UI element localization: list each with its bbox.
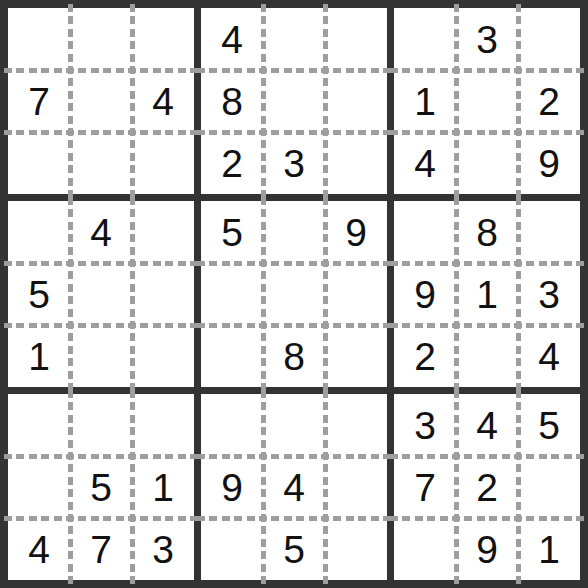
cell-r6c4[interactable]: [201, 325, 263, 387]
cell-r9c2[interactable]: 7: [70, 518, 132, 580]
cell-r4c7[interactable]: [394, 201, 456, 263]
cell-r8c4[interactable]: 9: [201, 456, 263, 518]
cell-r7c8[interactable]: 4: [456, 394, 518, 456]
cell-r9c5[interactable]: 5: [263, 518, 325, 580]
cell-r6c7[interactable]: 2: [394, 325, 456, 387]
cell-r3c5[interactable]: 3: [263, 132, 325, 194]
cell-r2c8[interactable]: [456, 70, 518, 132]
cell-r8c1[interactable]: [8, 456, 70, 518]
cell-r4c3[interactable]: [132, 201, 194, 263]
cell-r7c9[interactable]: 5: [518, 394, 580, 456]
cell-r1c7[interactable]: [394, 8, 456, 70]
cell-r5c4[interactable]: [201, 263, 263, 325]
cell-r8c2[interactable]: 5: [70, 456, 132, 518]
cell-r2c5[interactable]: [263, 70, 325, 132]
cell-r6c2[interactable]: [70, 325, 132, 387]
cell-r5c9[interactable]: 3: [518, 263, 580, 325]
cell-r6c1[interactable]: 1: [8, 325, 70, 387]
box-2: 4823: [201, 8, 387, 194]
cell-r5c3[interactable]: [132, 263, 194, 325]
cell-r5c2[interactable]: [70, 263, 132, 325]
cell-r7c6[interactable]: [325, 394, 387, 456]
cell-r4c8[interactable]: 8: [456, 201, 518, 263]
cell-r6c5[interactable]: 8: [263, 325, 325, 387]
cell-r5c6[interactable]: [325, 263, 387, 325]
cell-r6c9[interactable]: 4: [518, 325, 580, 387]
cell-r3c2[interactable]: [70, 132, 132, 194]
cell-r6c3[interactable]: [132, 325, 194, 387]
cell-r1c9[interactable]: [518, 8, 580, 70]
cell-r8c3[interactable]: 1: [132, 456, 194, 518]
cell-r3c9[interactable]: 9: [518, 132, 580, 194]
cell-r9c6[interactable]: [325, 518, 387, 580]
cell-r9c7[interactable]: [394, 518, 456, 580]
box-8: 945: [201, 394, 387, 580]
cell-r2c4[interactable]: 8: [201, 70, 263, 132]
cell-r3c6[interactable]: [325, 132, 387, 194]
cell-r2c9[interactable]: 2: [518, 70, 580, 132]
cell-r2c1[interactable]: 7: [8, 70, 70, 132]
cell-r8c8[interactable]: 2: [456, 456, 518, 518]
cell-r3c7[interactable]: 4: [394, 132, 456, 194]
cell-r6c6[interactable]: [325, 325, 387, 387]
cell-r8c7[interactable]: 7: [394, 456, 456, 518]
cell-r2c2[interactable]: [70, 70, 132, 132]
cell-r8c9[interactable]: [518, 456, 580, 518]
cell-r5c8[interactable]: 1: [456, 263, 518, 325]
cell-r8c5[interactable]: 4: [263, 456, 325, 518]
cell-r4c1[interactable]: [8, 201, 70, 263]
cell-r1c3[interactable]: [132, 8, 194, 70]
cell-r1c6[interactable]: [325, 8, 387, 70]
cell-r5c7[interactable]: 9: [394, 263, 456, 325]
box-7: 51473: [8, 394, 194, 580]
box-5: 598: [201, 201, 387, 387]
cell-r9c3[interactable]: 3: [132, 518, 194, 580]
cell-r2c3[interactable]: 4: [132, 70, 194, 132]
cell-r5c1[interactable]: 5: [8, 263, 70, 325]
cell-r1c1[interactable]: [8, 8, 70, 70]
cell-r7c3[interactable]: [132, 394, 194, 456]
cell-r3c3[interactable]: [132, 132, 194, 194]
box-9: 3457291: [394, 394, 580, 580]
cell-r7c4[interactable]: [201, 394, 263, 456]
cell-r7c2[interactable]: [70, 394, 132, 456]
cell-r1c8[interactable]: 3: [456, 8, 518, 70]
cell-r9c4[interactable]: [201, 518, 263, 580]
cell-r2c7[interactable]: 1: [394, 70, 456, 132]
cell-r1c4[interactable]: 4: [201, 8, 263, 70]
cell-r9c1[interactable]: 4: [8, 518, 70, 580]
cell-r9c8[interactable]: 9: [456, 518, 518, 580]
cell-r5c5[interactable]: [263, 263, 325, 325]
cell-r1c2[interactable]: [70, 8, 132, 70]
box-3: 31249: [394, 8, 580, 194]
cell-r6c8[interactable]: [456, 325, 518, 387]
cell-r4c5[interactable]: [263, 201, 325, 263]
sudoku-board: 74482331249451598891324514739453457291: [0, 0, 588, 588]
cell-r3c8[interactable]: [456, 132, 518, 194]
box-6: 891324: [394, 201, 580, 387]
box-1: 74: [8, 8, 194, 194]
cell-r3c4[interactable]: 2: [201, 132, 263, 194]
cell-r8c6[interactable]: [325, 456, 387, 518]
cell-r9c9[interactable]: 1: [518, 518, 580, 580]
cell-r4c2[interactable]: 4: [70, 201, 132, 263]
cell-r1c5[interactable]: [263, 8, 325, 70]
cell-r7c5[interactable]: [263, 394, 325, 456]
cell-r4c9[interactable]: [518, 201, 580, 263]
cell-r7c1[interactable]: [8, 394, 70, 456]
cell-r4c6[interactable]: 9: [325, 201, 387, 263]
cell-r2c6[interactable]: [325, 70, 387, 132]
cell-r7c7[interactable]: 3: [394, 394, 456, 456]
box-4: 451: [8, 201, 194, 387]
cell-r3c1[interactable]: [8, 132, 70, 194]
cell-r4c4[interactable]: 5: [201, 201, 263, 263]
